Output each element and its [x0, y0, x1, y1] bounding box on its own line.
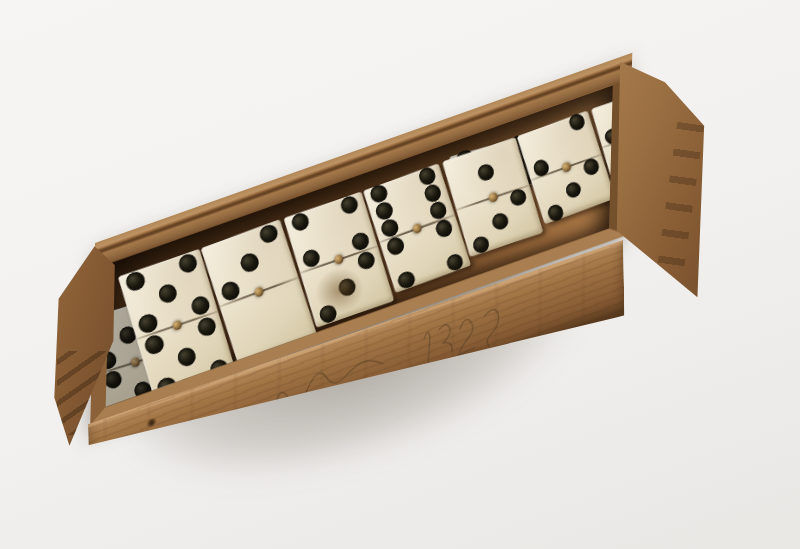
pip: [176, 252, 198, 275]
pip: [490, 211, 510, 232]
finger-joints: [657, 122, 704, 273]
pip: [337, 276, 358, 298]
pip: [567, 112, 587, 132]
pip: [317, 303, 338, 325]
pip: [143, 333, 165, 356]
pip: [434, 217, 455, 239]
pip: [471, 235, 491, 256]
pip: [176, 345, 198, 368]
pip: [444, 251, 465, 273]
pip: [238, 251, 260, 274]
pip: [157, 282, 179, 305]
pip: [356, 249, 377, 271]
pip: [124, 270, 146, 293]
pip: [563, 180, 583, 200]
pip: [339, 194, 360, 216]
pip: [396, 269, 417, 291]
pip: [257, 222, 279, 245]
photo-scene: [0, 0, 800, 549]
pip: [112, 405, 133, 407]
pip: [476, 163, 496, 184]
pip: [546, 202, 566, 222]
pip: [195, 316, 217, 339]
pip: [290, 211, 311, 233]
pip: [106, 369, 124, 391]
